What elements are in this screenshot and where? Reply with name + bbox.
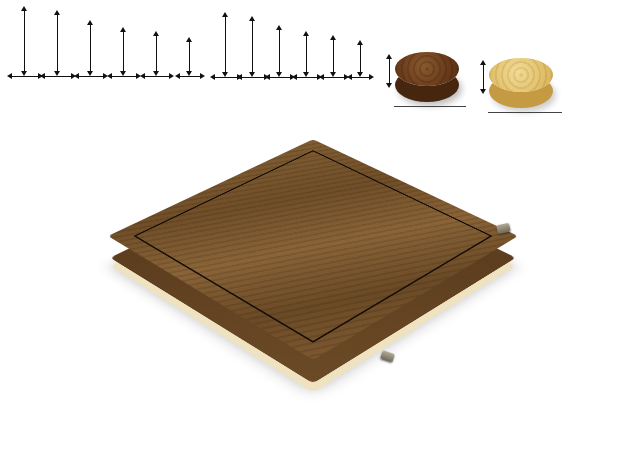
brass-clasp-icon	[380, 350, 395, 363]
board-top-face	[108, 139, 518, 360]
folding-chessboard	[108, 139, 518, 360]
board-scene	[0, 0, 620, 465]
